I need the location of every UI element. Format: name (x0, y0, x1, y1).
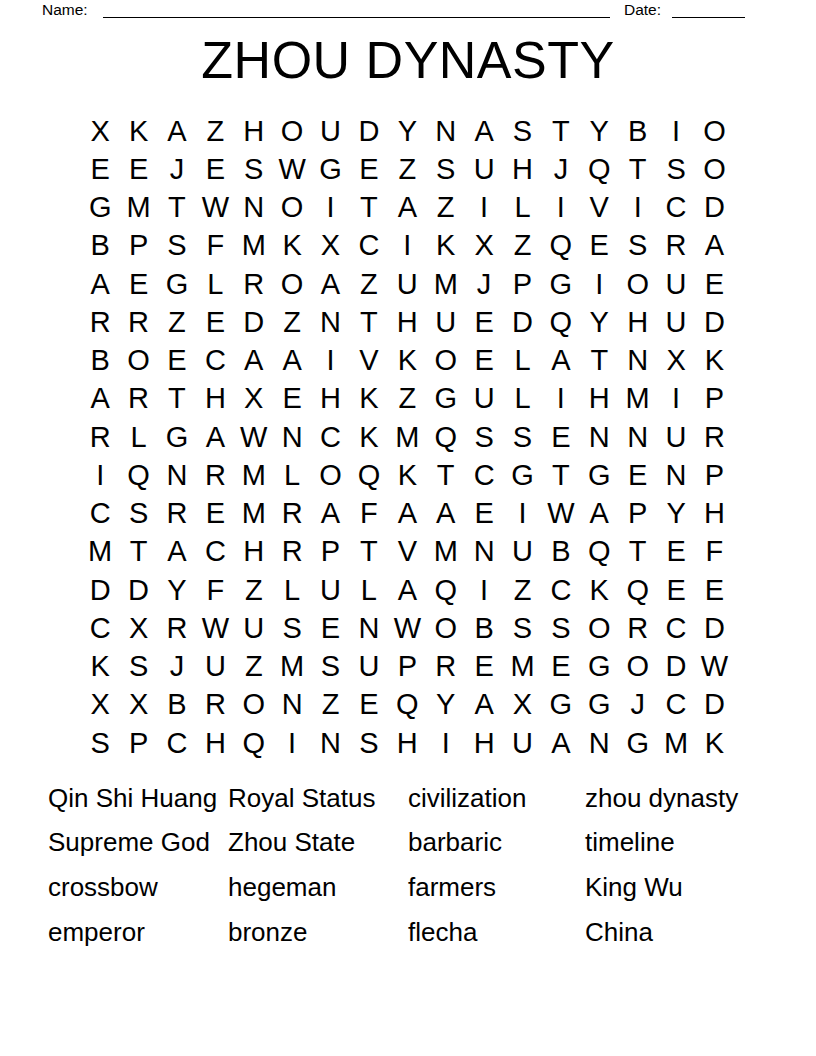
grid-cell[interactable]: H (465, 724, 503, 762)
grid-cell[interactable]: X (119, 686, 157, 724)
grid-cell[interactable]: U (465, 150, 503, 188)
grid-cell[interactable]: C (158, 724, 196, 762)
worksheet-page: Name: Date: ZHOU DYNASTY XKAZHOUDYNASTYB… (0, 0, 816, 1056)
grid-cell[interactable]: U (235, 609, 273, 647)
grid-cell[interactable]: C (81, 495, 119, 533)
grid-cell[interactable]: N (580, 418, 618, 456)
grid-cell[interactable]: T (350, 303, 388, 341)
grid-cell[interactable]: Y (388, 112, 426, 150)
grid-cell[interactable]: E (465, 495, 503, 533)
grid-cell[interactable]: I (542, 189, 580, 227)
grid-cell[interactable]: R (158, 609, 196, 647)
grid-cell[interactable]: I (427, 724, 465, 762)
grid-cell[interactable]: A (311, 265, 349, 303)
grid-cell[interactable]: G (580, 456, 618, 494)
grid-cell[interactable]: I (657, 112, 695, 150)
grid-cell[interactable]: H (235, 533, 273, 571)
grid-cell[interactable]: R (235, 265, 273, 303)
grid-cell[interactable]: X (503, 686, 541, 724)
grid-cell[interactable]: E (196, 303, 234, 341)
grid-cell[interactable]: B (81, 227, 119, 265)
grid-cell[interactable]: E (542, 648, 580, 686)
grid-cell[interactable]: L (273, 456, 311, 494)
grid-cell[interactable]: R (657, 227, 695, 265)
grid-cell[interactable]: G (580, 648, 618, 686)
grid-cell[interactable]: E (580, 227, 618, 265)
grid-cell[interactable]: B (158, 686, 196, 724)
grid-cell[interactable]: M (81, 533, 119, 571)
grid-cell[interactable]: U (350, 648, 388, 686)
grid-cell[interactable]: I (465, 189, 503, 227)
grid-cell[interactable]: N (580, 724, 618, 762)
grid-cell[interactable]: R (427, 648, 465, 686)
grid-cell[interactable]: L (273, 571, 311, 609)
grid-cell[interactable]: K (427, 227, 465, 265)
grid-cell[interactable]: D (350, 112, 388, 150)
grid-cell[interactable]: A (695, 227, 733, 265)
grid-cell[interactable]: T (158, 189, 196, 227)
grid-cell[interactable]: T (350, 533, 388, 571)
grid-cell[interactable]: M (119, 189, 157, 227)
grid-cell[interactable]: S (158, 227, 196, 265)
grid-cell[interactable]: V (580, 189, 618, 227)
grid-cell[interactable]: F (196, 227, 234, 265)
grid-cell[interactable]: O (273, 265, 311, 303)
grid-cell[interactable]: G (503, 456, 541, 494)
grid-cell[interactable]: N (311, 303, 349, 341)
grid-cell[interactable]: N (273, 686, 311, 724)
grid-cell[interactable]: N (235, 189, 273, 227)
grid-cell[interactable]: O (273, 189, 311, 227)
grid-cell[interactable]: T (119, 533, 157, 571)
word-list-item: barbaric (408, 827, 585, 858)
grid-cell[interactable]: B (618, 112, 656, 150)
grid-cell[interactable]: Z (427, 189, 465, 227)
grid-cell[interactable]: A (81, 265, 119, 303)
grid-cell[interactable]: H (503, 150, 541, 188)
grid-cell[interactable]: Q (580, 533, 618, 571)
grid-cell[interactable]: H (311, 380, 349, 418)
grid-cell[interactable]: G (542, 686, 580, 724)
grid-cell[interactable]: D (657, 648, 695, 686)
grid-cell[interactable]: I (542, 380, 580, 418)
grid-cell[interactable]: E (618, 456, 656, 494)
word-list-item: emperor (48, 917, 228, 948)
grid-cell[interactable]: Z (235, 648, 273, 686)
grid-cell[interactable]: O (695, 112, 733, 150)
grid-cell[interactable]: H (618, 303, 656, 341)
grid-cell[interactable]: R (196, 686, 234, 724)
grid-cell[interactable]: R (158, 495, 196, 533)
grid-cell[interactable]: P (119, 724, 157, 762)
grid-cell[interactable]: N (350, 609, 388, 647)
grid-cell[interactable]: A (465, 686, 503, 724)
grid-cell[interactable]: E (657, 533, 695, 571)
grid-cell[interactable]: M (235, 227, 273, 265)
grid-cell[interactable]: L (350, 571, 388, 609)
grid-cell[interactable]: U (503, 724, 541, 762)
grid-cell[interactable]: C (542, 571, 580, 609)
grid-cell[interactable]: U (196, 648, 234, 686)
grid-cell[interactable]: H (235, 112, 273, 150)
grid-cell[interactable]: Y (657, 495, 695, 533)
grid-cell[interactable]: T (618, 150, 656, 188)
grid-cell[interactable]: Q (618, 571, 656, 609)
grid-cell[interactable]: P (618, 495, 656, 533)
grid-cell[interactable]: D (695, 686, 733, 724)
grid-cell[interactable]: D (695, 189, 733, 227)
grid-cell[interactable]: R (273, 495, 311, 533)
grid-cell[interactable]: I (580, 265, 618, 303)
grid-cell[interactable]: X (119, 609, 157, 647)
grid-cell[interactable]: A (388, 571, 426, 609)
grid-cell[interactable]: W (196, 189, 234, 227)
grid-cell[interactable]: E (119, 150, 157, 188)
grid-cell[interactable]: A (158, 112, 196, 150)
grid-cell[interactable]: M (657, 724, 695, 762)
grid-cell[interactable]: C (196, 342, 234, 380)
grid-cell[interactable]: L (119, 418, 157, 456)
grid-cell[interactable]: E (465, 303, 503, 341)
grid-cell[interactable]: O (618, 265, 656, 303)
grid-cell[interactable]: I (273, 724, 311, 762)
grid-cell[interactable]: T (427, 456, 465, 494)
grid-cell[interactable]: T (618, 533, 656, 571)
grid-cell[interactable]: Q (235, 724, 273, 762)
grid-cell[interactable]: S (311, 648, 349, 686)
grid-cell[interactable]: O (311, 456, 349, 494)
grid-cell[interactable]: T (580, 342, 618, 380)
grid-cell[interactable]: R (81, 303, 119, 341)
grid-cell[interactable]: E (158, 342, 196, 380)
grid-cell[interactable]: H (388, 303, 426, 341)
grid-cell[interactable]: T (158, 380, 196, 418)
grid-cell[interactable]: Q (580, 150, 618, 188)
grid-cell[interactable]: U (311, 112, 349, 150)
grid-cell[interactable]: E (81, 150, 119, 188)
grid-cell[interactable]: J (542, 150, 580, 188)
grid-cell[interactable]: D (235, 303, 273, 341)
grid-cell[interactable]: S (273, 609, 311, 647)
grid-cell[interactable]: Z (503, 571, 541, 609)
grid-cell[interactable]: P (119, 227, 157, 265)
word-list-item: timeline (585, 827, 770, 858)
grid-cell[interactable]: P (695, 456, 733, 494)
grid-cell[interactable]: W (695, 648, 733, 686)
grid-cell[interactable]: N (657, 456, 695, 494)
grid-cell[interactable]: E (119, 265, 157, 303)
grid-cell[interactable]: U (503, 533, 541, 571)
grid-cell[interactable]: D (503, 303, 541, 341)
grid-cell[interactable]: J (158, 648, 196, 686)
grid-cell[interactable]: Q (427, 571, 465, 609)
word-list-item: King Wu (585, 872, 770, 903)
grid-cell[interactable]: E (273, 380, 311, 418)
grid-cell[interactable]: O (273, 112, 311, 150)
grid-cell[interactable]: Z (388, 380, 426, 418)
grid-cell[interactable]: S (119, 648, 157, 686)
grid-cell[interactable]: I (311, 342, 349, 380)
grid-cell[interactable]: Z (235, 571, 273, 609)
grid-cell[interactable]: K (695, 724, 733, 762)
grid-cell[interactable]: F (695, 533, 733, 571)
grid-cell[interactable]: A (81, 380, 119, 418)
grid-cell[interactable]: D (695, 303, 733, 341)
grid-cell[interactable]: A (158, 533, 196, 571)
grid-cell[interactable]: X (657, 342, 695, 380)
grid-cell[interactable]: H (388, 724, 426, 762)
grid-cell[interactable]: A (311, 495, 349, 533)
grid-cell[interactable]: K (119, 112, 157, 150)
grid-cell[interactable]: U (388, 265, 426, 303)
grid-cell[interactable]: P (695, 380, 733, 418)
grid-cell[interactable]: Z (503, 227, 541, 265)
grid-cell[interactable]: Z (158, 303, 196, 341)
grid-cell[interactable]: E (350, 150, 388, 188)
grid-cell[interactable]: A (465, 112, 503, 150)
grid-cell[interactable]: Z (350, 265, 388, 303)
grid-cell[interactable]: J (158, 150, 196, 188)
grid-cell[interactable]: O (427, 342, 465, 380)
grid-cell[interactable]: U (465, 380, 503, 418)
grid-cell[interactable]: R (119, 303, 157, 341)
grid-cell[interactable]: I (657, 380, 695, 418)
grid-cell[interactable]: A (542, 724, 580, 762)
grid-cell[interactable]: W (235, 418, 273, 456)
grid-cell[interactable]: A (235, 342, 273, 380)
grid-cell[interactable]: G (158, 265, 196, 303)
grid-cell[interactable]: V (388, 533, 426, 571)
grid-cell[interactable]: I (618, 189, 656, 227)
grid-cell[interactable]: Z (388, 150, 426, 188)
grid-cell[interactable]: D (119, 571, 157, 609)
grid-cell[interactable]: J (465, 265, 503, 303)
grid-cell[interactable]: G (542, 265, 580, 303)
grid-cell[interactable]: R (273, 533, 311, 571)
grid-cell[interactable]: X (81, 112, 119, 150)
grid-cell[interactable]: R (81, 418, 119, 456)
grid-cell[interactable]: E (350, 686, 388, 724)
grid-cell[interactable]: S (503, 609, 541, 647)
grid-cell[interactable]: H (196, 724, 234, 762)
grid-cell[interactable]: P (503, 265, 541, 303)
grid-cell[interactable]: S (542, 609, 580, 647)
grid-cell[interactable]: W (542, 495, 580, 533)
grid-cell[interactable]: V (350, 342, 388, 380)
puzzle-title: ZHOU DYNASTY (0, 32, 816, 89)
grid-cell[interactable]: N (427, 112, 465, 150)
grid-cell[interactable]: C (657, 686, 695, 724)
grid-cell[interactable]: B (81, 342, 119, 380)
grid-cell[interactable]: S (119, 495, 157, 533)
grid-cell[interactable]: R (196, 456, 234, 494)
grid-cell[interactable]: J (618, 686, 656, 724)
grid-cell[interactable]: X (465, 227, 503, 265)
grid-cell[interactable]: C (350, 227, 388, 265)
grid-cell[interactable]: C (657, 609, 695, 647)
grid-cell[interactable]: Z (311, 686, 349, 724)
grid-cell[interactable]: O (618, 648, 656, 686)
grid-cell[interactable]: H (196, 380, 234, 418)
grid-cell[interactable]: Q (119, 456, 157, 494)
grid-cell[interactable]: L (503, 380, 541, 418)
grid-cell[interactable]: E (196, 495, 234, 533)
grid-cell[interactable]: X (235, 380, 273, 418)
grid-cell[interactable]: B (465, 609, 503, 647)
grid-cell[interactable]: U (657, 418, 695, 456)
grid-cell[interactable]: I (311, 189, 349, 227)
grid-cell[interactable]: S (235, 150, 273, 188)
grid-cell[interactable]: R (119, 380, 157, 418)
grid-cell[interactable]: I (81, 456, 119, 494)
grid-cell[interactable]: Z (196, 112, 234, 150)
grid-cell[interactable]: G (618, 724, 656, 762)
grid-cell[interactable]: O (119, 342, 157, 380)
grid-cell[interactable]: Q (350, 456, 388, 494)
grid-cell[interactable]: O (235, 686, 273, 724)
grid-cell[interactable]: M (235, 456, 273, 494)
grid-cell[interactable]: C (196, 533, 234, 571)
grid-cell[interactable]: N (465, 533, 503, 571)
grid-cell[interactable]: S (657, 150, 695, 188)
grid-cell[interactable]: C (465, 456, 503, 494)
grid-cell[interactable]: G (81, 189, 119, 227)
grid-cell[interactable]: S (618, 227, 656, 265)
grid-cell[interactable]: A (388, 189, 426, 227)
grid-cell[interactable]: N (618, 418, 656, 456)
grid-cell[interactable]: S (465, 418, 503, 456)
grid-cell[interactable]: I (465, 571, 503, 609)
grid-cell[interactable]: F (350, 495, 388, 533)
grid-cell[interactable]: S (427, 150, 465, 188)
grid-cell[interactable]: P (388, 648, 426, 686)
grid-cell[interactable]: K (350, 380, 388, 418)
grid-cell[interactable]: S (350, 724, 388, 762)
grid-cell[interactable]: Y (158, 571, 196, 609)
grid-cell[interactable]: O (580, 609, 618, 647)
grid-cell[interactable]: P (311, 533, 349, 571)
word-list-item: bronze (228, 917, 408, 948)
grid-cell[interactable]: W (273, 150, 311, 188)
grid-cell[interactable]: S (81, 724, 119, 762)
grid-cell[interactable]: D (695, 609, 733, 647)
grid-cell[interactable]: A (388, 495, 426, 533)
grid-cell[interactable]: Y (427, 686, 465, 724)
grid-cell[interactable]: I (388, 227, 426, 265)
grid-cell[interactable]: G (427, 380, 465, 418)
grid-cell[interactable]: E (465, 342, 503, 380)
grid-cell[interactable]: S (503, 418, 541, 456)
grid-cell[interactable]: U (657, 303, 695, 341)
grid-cell[interactable]: S (503, 112, 541, 150)
grid-cell[interactable]: K (81, 648, 119, 686)
grid-cell[interactable]: C (81, 609, 119, 647)
grid-cell[interactable]: F (196, 571, 234, 609)
word-list-item: Qin Shi Huang (48, 783, 228, 814)
grid-cell[interactable]: L (503, 342, 541, 380)
word-list-item: farmers (408, 872, 585, 903)
grid-cell[interactable]: M (503, 648, 541, 686)
grid-cell[interactable]: M (618, 380, 656, 418)
grid-cell[interactable]: E (695, 571, 733, 609)
grid-cell[interactable]: C (657, 189, 695, 227)
grid-cell[interactable]: K (273, 227, 311, 265)
grid-cell[interactable]: G (311, 150, 349, 188)
grid-cell[interactable]: L (503, 189, 541, 227)
grid-cell[interactable]: N (311, 724, 349, 762)
grid-cell[interactable]: W (196, 609, 234, 647)
grid-cell[interactable]: A (580, 495, 618, 533)
grid-cell[interactable]: K (350, 418, 388, 456)
grid-cell[interactable]: H (580, 380, 618, 418)
grid-cell[interactable]: U (427, 303, 465, 341)
grid-cell[interactable]: E (542, 418, 580, 456)
grid-cell[interactable]: H (695, 495, 733, 533)
grid-cell[interactable]: E (196, 150, 234, 188)
grid-cell[interactable]: C (311, 418, 349, 456)
grid-cell[interactable]: U (311, 571, 349, 609)
grid-cell[interactable]: N (158, 456, 196, 494)
date-label: Date: (624, 1, 661, 19)
grid-cell[interactable]: B (542, 533, 580, 571)
grid-cell[interactable]: Q (542, 227, 580, 265)
grid-cell[interactable]: K (580, 571, 618, 609)
grid-cell[interactable]: E (465, 648, 503, 686)
grid-cell[interactable]: M (388, 418, 426, 456)
grid-cell[interactable]: N (273, 418, 311, 456)
grid-cell[interactable]: I (503, 495, 541, 533)
grid-cell[interactable]: X (81, 686, 119, 724)
word-list-item: Zhou State (228, 827, 408, 858)
grid-cell[interactable]: O (695, 150, 733, 188)
grid-cell[interactable]: Y (580, 303, 618, 341)
grid-cell[interactable]: Y (580, 112, 618, 150)
grid-cell[interactable]: G (158, 418, 196, 456)
grid-cell[interactable]: Q (388, 686, 426, 724)
grid-cell[interactable]: L (196, 265, 234, 303)
grid-cell[interactable]: E (311, 609, 349, 647)
grid-cell[interactable]: T (542, 456, 580, 494)
grid-cell[interactable]: Z (273, 303, 311, 341)
grid-cell[interactable]: M (427, 533, 465, 571)
grid-cell[interactable]: O (427, 609, 465, 647)
grid-cell[interactable]: K (695, 342, 733, 380)
grid-cell[interactable]: U (657, 265, 695, 303)
grid-cell[interactable]: Q (427, 418, 465, 456)
grid-cell[interactable]: T (542, 112, 580, 150)
grid-cell[interactable]: K (388, 456, 426, 494)
grid-cell[interactable]: A (542, 342, 580, 380)
grid-cell[interactable]: Q (542, 303, 580, 341)
grid-cell[interactable]: A (427, 495, 465, 533)
grid-cell[interactable]: A (273, 342, 311, 380)
grid-cell[interactable]: E (695, 265, 733, 303)
grid-cell[interactable]: E (657, 571, 695, 609)
grid-cell[interactable]: R (695, 418, 733, 456)
grid-cell[interactable]: R (618, 609, 656, 647)
grid-cell[interactable]: G (580, 686, 618, 724)
grid-cell[interactable]: N (618, 342, 656, 380)
grid-cell[interactable]: K (388, 342, 426, 380)
grid-cell[interactable]: D (81, 571, 119, 609)
grid-cell[interactable]: T (350, 189, 388, 227)
grid-cell[interactable]: A (196, 418, 234, 456)
grid-cell[interactable]: M (273, 648, 311, 686)
grid-cell[interactable]: M (427, 265, 465, 303)
grid-cell[interactable]: X (311, 227, 349, 265)
grid-cell[interactable]: M (235, 495, 273, 533)
grid-cell[interactable]: W (388, 609, 426, 647)
